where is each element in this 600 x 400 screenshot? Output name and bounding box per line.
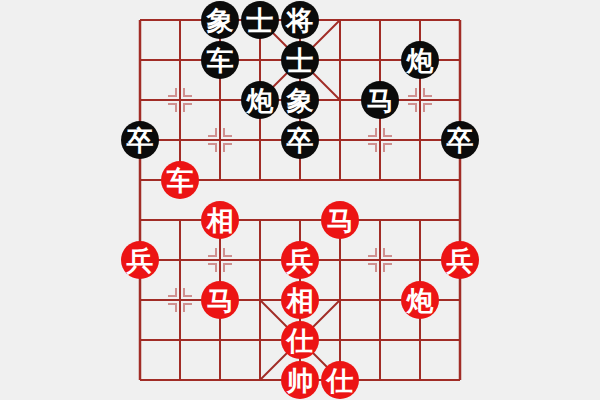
piece-black-general[interactable]: 将	[281, 1, 319, 39]
point-marker	[208, 248, 216, 256]
point-marker	[384, 144, 392, 152]
point-marker	[208, 128, 216, 136]
point-marker	[168, 88, 176, 96]
point-marker	[208, 264, 216, 272]
point-marker	[184, 304, 192, 312]
piece-black-soldier[interactable]: 卒	[121, 121, 159, 159]
point-marker	[384, 128, 392, 136]
piece-black-soldier[interactable]: 卒	[281, 121, 319, 159]
point-marker	[168, 304, 176, 312]
piece-red-advisor[interactable]: 仕	[281, 321, 319, 359]
point-marker	[424, 88, 432, 96]
piece-black-soldier[interactable]: 卒	[441, 121, 479, 159]
point-marker	[424, 104, 432, 112]
piece-black-horse[interactable]: 马	[361, 81, 399, 119]
point-marker	[168, 104, 176, 112]
piece-red-soldier[interactable]: 兵	[281, 241, 319, 279]
piece-black-advisor[interactable]: 士	[241, 1, 279, 39]
point-marker	[224, 144, 232, 152]
piece-black-chariot[interactable]: 车	[201, 41, 239, 79]
piece-red-advisor[interactable]: 仕	[321, 361, 359, 399]
point-marker	[384, 248, 392, 256]
piece-red-elephant[interactable]: 相	[281, 281, 319, 319]
point-marker	[224, 264, 232, 272]
piece-red-elephant[interactable]: 相	[201, 201, 239, 239]
point-marker	[184, 104, 192, 112]
point-marker	[368, 128, 376, 136]
point-marker	[184, 288, 192, 296]
point-marker	[368, 264, 376, 272]
piece-black-cannon[interactable]: 炮	[401, 41, 439, 79]
point-marker	[368, 248, 376, 256]
point-marker	[224, 128, 232, 136]
piece-red-general[interactable]: 帅	[281, 361, 319, 399]
xiangqi-board: 象士将车士炮炮象马卒卒卒车相马兵兵兵马相炮仕帅仕	[0, 0, 600, 400]
point-marker	[184, 88, 192, 96]
point-marker	[408, 104, 416, 112]
piece-red-cannon[interactable]: 炮	[401, 281, 439, 319]
point-marker	[208, 144, 216, 152]
piece-red-horse[interactable]: 马	[321, 201, 359, 239]
point-marker	[408, 88, 416, 96]
piece-black-elephant[interactable]: 象	[201, 1, 239, 39]
piece-black-elephant[interactable]: 象	[281, 81, 319, 119]
piece-black-advisor[interactable]: 士	[281, 41, 319, 79]
piece-black-cannon[interactable]: 炮	[241, 81, 279, 119]
piece-red-chariot[interactable]: 车	[161, 161, 199, 199]
point-marker	[368, 144, 376, 152]
piece-red-soldier[interactable]: 兵	[441, 241, 479, 279]
piece-red-horse[interactable]: 马	[201, 281, 239, 319]
point-marker	[224, 248, 232, 256]
piece-red-soldier[interactable]: 兵	[121, 241, 159, 279]
point-marker	[384, 264, 392, 272]
point-marker	[168, 288, 176, 296]
